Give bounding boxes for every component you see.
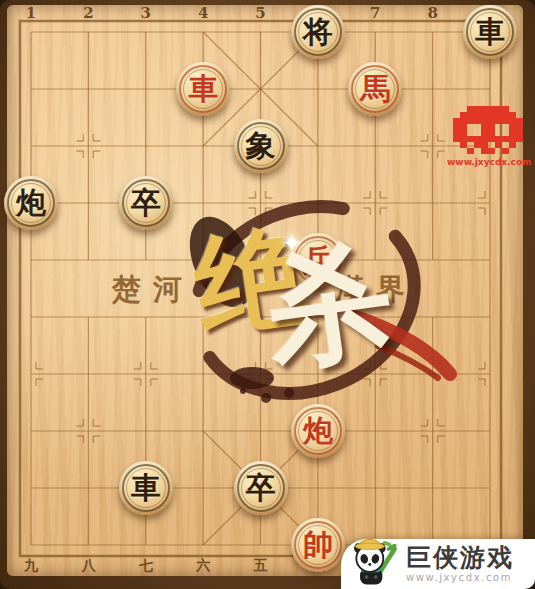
red-general[interactable]: 帥 xyxy=(291,518,345,572)
red-cannon[interactable]: 炮 xyxy=(291,404,345,458)
file-label-top-7: 7 xyxy=(360,4,390,22)
black-general[interactable]: 将 xyxy=(291,5,345,59)
black-soldier[interactable]: 卒 xyxy=(234,461,288,515)
file-label-top-5: 5 xyxy=(246,4,276,22)
piece-character: 象 xyxy=(246,131,276,161)
file-label-top-8: 8 xyxy=(418,4,448,22)
piece-character: 卒 xyxy=(246,473,276,503)
file-label-top-3: 3 xyxy=(131,4,161,22)
watermark-bottom-right: 巨侠游戏 www.jxycdx.com xyxy=(341,539,535,589)
black-elephant[interactable]: 象 xyxy=(234,119,288,173)
watermark-url-bottom: www.jxycdx.com xyxy=(406,572,514,583)
river-label-chu: 楚河 xyxy=(112,270,194,310)
file-label-bottom-5: 五 xyxy=(246,557,276,575)
file-label-bottom-1: 九 xyxy=(16,557,46,575)
piece-character: 車 xyxy=(475,17,505,47)
piece-character: 馬 xyxy=(360,74,390,104)
piece-character: 卒 xyxy=(131,188,161,218)
river-label-han: 漢界 xyxy=(335,270,417,310)
black-chariot[interactable]: 車 xyxy=(463,5,517,59)
piece-character: 兵 xyxy=(303,245,333,275)
piece-character: 炮 xyxy=(303,416,333,446)
black-chariot[interactable]: 車 xyxy=(119,461,173,515)
file-label-top-1: 1 xyxy=(16,4,46,22)
red-chariot[interactable]: 車 xyxy=(176,62,230,116)
piece-character: 車 xyxy=(131,473,161,503)
file-label-bottom-2: 八 xyxy=(73,557,103,575)
piece-character: 将 xyxy=(303,17,333,47)
file-label-top-4: 4 xyxy=(188,4,218,22)
black-cannon[interactable]: 炮 xyxy=(4,176,58,230)
brand-name: 巨侠游戏 xyxy=(406,545,514,571)
piece-character: 車 xyxy=(188,74,218,104)
xiangqi-app-screen: 123456789九八七六五四三二一 楚河 漢界 将車車馬象炮卒兵炮車卒帥 绝 … xyxy=(0,0,535,589)
red-horse[interactable]: 馬 xyxy=(348,62,402,116)
piece-character: 帥 xyxy=(303,530,333,560)
black-soldier[interactable]: 卒 xyxy=(119,176,173,230)
piece-character: 炮 xyxy=(16,188,46,218)
panda-mascot-icon xyxy=(346,538,402,589)
red-soldier[interactable]: 兵 xyxy=(291,233,345,287)
file-label-top-2: 2 xyxy=(73,4,103,22)
file-label-bottom-4: 六 xyxy=(188,557,218,575)
file-label-bottom-3: 七 xyxy=(131,557,161,575)
